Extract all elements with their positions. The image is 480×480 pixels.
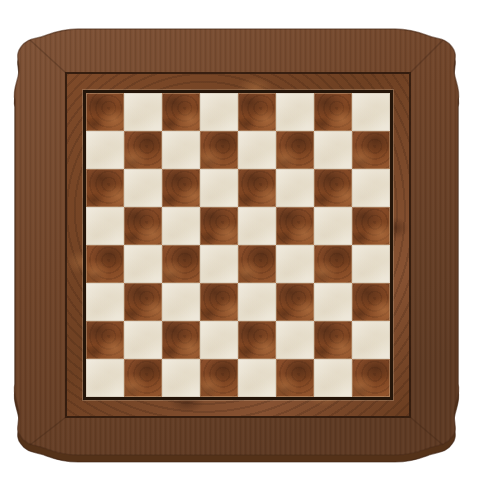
board-square[interactable] [276, 169, 314, 207]
board-square[interactable] [314, 169, 352, 207]
board-square[interactable] [162, 93, 200, 131]
board-square[interactable] [238, 283, 276, 321]
board-square[interactable] [124, 207, 162, 245]
board-square[interactable] [200, 245, 238, 283]
board-square[interactable] [200, 169, 238, 207]
board-square[interactable] [200, 131, 238, 169]
board-square[interactable] [200, 93, 238, 131]
board-square[interactable] [124, 321, 162, 359]
board-square[interactable] [314, 283, 352, 321]
board-square[interactable] [276, 283, 314, 321]
board-square[interactable] [200, 321, 238, 359]
board-square[interactable] [314, 93, 352, 131]
board-square[interactable] [86, 359, 124, 397]
board-square[interactable] [314, 245, 352, 283]
board-square[interactable] [162, 245, 200, 283]
board-square[interactable] [276, 359, 314, 397]
board-square[interactable] [352, 207, 390, 245]
board-square[interactable] [162, 359, 200, 397]
board-square[interactable] [124, 169, 162, 207]
board-square[interactable] [86, 131, 124, 169]
board-square[interactable] [124, 359, 162, 397]
board-square[interactable] [162, 283, 200, 321]
board-square[interactable] [276, 207, 314, 245]
board-square[interactable] [352, 359, 390, 397]
board-square[interactable] [352, 131, 390, 169]
board-square[interactable] [352, 245, 390, 283]
board-square[interactable] [276, 93, 314, 131]
board-square[interactable] [314, 359, 352, 397]
board-square[interactable] [162, 321, 200, 359]
board-square[interactable] [314, 321, 352, 359]
chess-board [86, 93, 390, 397]
board-square[interactable] [124, 283, 162, 321]
board-square[interactable] [86, 93, 124, 131]
board-square[interactable] [86, 245, 124, 283]
board-square[interactable] [352, 283, 390, 321]
board-square[interactable] [238, 207, 276, 245]
board-square[interactable] [200, 207, 238, 245]
board-square[interactable] [352, 321, 390, 359]
board-square[interactable] [162, 169, 200, 207]
board-square[interactable] [86, 207, 124, 245]
board-square[interactable] [238, 359, 276, 397]
board-square[interactable] [86, 283, 124, 321]
board-square[interactable] [124, 245, 162, 283]
board-square[interactable] [162, 131, 200, 169]
board-square[interactable] [352, 169, 390, 207]
board-square[interactable] [238, 131, 276, 169]
board-square[interactable] [238, 245, 276, 283]
board-square[interactable] [314, 131, 352, 169]
board-square[interactable] [352, 93, 390, 131]
board-square[interactable] [238, 169, 276, 207]
board-square[interactable] [124, 131, 162, 169]
board-square[interactable] [276, 321, 314, 359]
board-square[interactable] [124, 93, 162, 131]
board-square[interactable] [238, 93, 276, 131]
inlay-line-frame [83, 90, 393, 400]
board-square[interactable] [314, 207, 352, 245]
board-square[interactable] [276, 245, 314, 283]
board-square[interactable] [200, 359, 238, 397]
board-square[interactable] [238, 321, 276, 359]
board-square[interactable] [276, 131, 314, 169]
board-square[interactable] [86, 321, 124, 359]
board-square[interactable] [200, 283, 238, 321]
chess-table-photo [0, 0, 480, 480]
burl-border [65, 72, 411, 418]
board-square[interactable] [86, 169, 124, 207]
board-square[interactable] [162, 207, 200, 245]
